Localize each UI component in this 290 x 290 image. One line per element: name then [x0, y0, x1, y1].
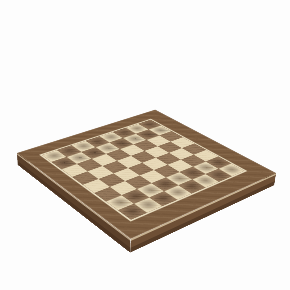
board-3d: ♜♞♝♛♚♝♞♜♟♟♟♟♟♟♟♟♟♟♟♟♟♟♟♟♜♞♝♛♚♝♞♜	[17, 110, 276, 239]
rook-glyph: ♜	[113, 162, 155, 216]
board-frame: ♜♞♝♛♚♝♞♜♟♟♟♟♟♟♟♟♟♟♟♟♟♟♟♟♜♞♝♛♚♝♞♜	[17, 110, 276, 239]
square-a1[interactable]: ♜	[118, 204, 147, 220]
pawn-glyph: ♟	[50, 128, 81, 168]
chess-photo-scene: ♜♞♝♛♚♝♞♜♟♟♟♟♟♟♟♟♟♟♟♟♟♟♟♟♜♞♝♛♚♝♞♜	[0, 0, 290, 290]
perspective-viewport: ♜♞♝♛♚♝♞♜♟♟♟♟♟♟♟♟♟♟♟♟♟♟♟♟♜♞♝♛♚♝♞♜	[0, 0, 290, 290]
